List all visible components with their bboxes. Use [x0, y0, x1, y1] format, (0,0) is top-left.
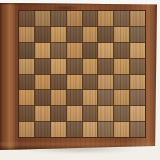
- square-a2[interactable]: [19, 106, 34, 121]
- square-b2[interactable]: [35, 106, 50, 121]
- square-c8[interactable]: [51, 11, 66, 26]
- square-a5[interactable]: [19, 59, 34, 74]
- square-c3[interactable]: [51, 90, 66, 105]
- square-f8[interactable]: [98, 11, 113, 26]
- square-h3[interactable]: [130, 90, 145, 105]
- square-d6[interactable]: [67, 43, 82, 58]
- square-d1[interactable]: [67, 122, 82, 137]
- square-b4[interactable]: [35, 75, 50, 90]
- square-c5[interactable]: [51, 59, 66, 74]
- square-a6[interactable]: [19, 43, 34, 58]
- square-e8[interactable]: [83, 11, 98, 26]
- square-c7[interactable]: [51, 27, 66, 42]
- square-g3[interactable]: [114, 90, 129, 105]
- square-a4[interactable]: [19, 75, 34, 90]
- square-c1[interactable]: [51, 122, 66, 137]
- square-h4[interactable]: [130, 75, 145, 90]
- square-b8[interactable]: [35, 11, 50, 26]
- photo-background: [0, 0, 160, 160]
- square-f4[interactable]: [98, 75, 113, 90]
- square-g1[interactable]: [114, 122, 129, 137]
- square-f6[interactable]: [98, 43, 113, 58]
- square-f1[interactable]: [98, 122, 113, 137]
- square-a3[interactable]: [19, 90, 34, 105]
- square-e1[interactable]: [83, 122, 98, 137]
- square-a7[interactable]: [19, 27, 34, 42]
- square-e3[interactable]: [83, 90, 98, 105]
- square-g7[interactable]: [114, 27, 129, 42]
- square-b6[interactable]: [35, 43, 50, 58]
- square-h1[interactable]: [130, 122, 145, 137]
- square-e7[interactable]: [83, 27, 98, 42]
- square-g6[interactable]: [114, 43, 129, 58]
- square-a1[interactable]: [19, 122, 34, 137]
- square-f2[interactable]: [98, 106, 113, 121]
- square-h2[interactable]: [130, 106, 145, 121]
- square-f3[interactable]: [98, 90, 113, 105]
- square-h8[interactable]: [130, 11, 145, 26]
- square-h7[interactable]: [130, 27, 145, 42]
- square-b3[interactable]: [35, 90, 50, 105]
- square-f5[interactable]: [98, 59, 113, 74]
- square-d8[interactable]: [67, 11, 82, 26]
- square-d7[interactable]: [67, 27, 82, 42]
- checkerboard-frame: [0, 3, 157, 150]
- square-c6[interactable]: [51, 43, 66, 58]
- square-d2[interactable]: [67, 106, 82, 121]
- square-b1[interactable]: [35, 122, 50, 137]
- square-e5[interactable]: [83, 59, 98, 74]
- square-h5[interactable]: [130, 59, 145, 74]
- square-g2[interactable]: [114, 106, 129, 121]
- square-h6[interactable]: [130, 43, 145, 58]
- square-b7[interactable]: [35, 27, 50, 42]
- square-g5[interactable]: [114, 59, 129, 74]
- square-c4[interactable]: [51, 75, 66, 90]
- square-d4[interactable]: [67, 75, 82, 90]
- square-b5[interactable]: [35, 59, 50, 74]
- square-e4[interactable]: [83, 75, 98, 90]
- square-f7[interactable]: [98, 27, 113, 42]
- square-g4[interactable]: [114, 75, 129, 90]
- square-d3[interactable]: [67, 90, 82, 105]
- checkerboard-grid: [18, 10, 146, 138]
- square-a8[interactable]: [19, 11, 34, 26]
- square-c2[interactable]: [51, 106, 66, 121]
- square-e6[interactable]: [83, 43, 98, 58]
- square-d5[interactable]: [67, 59, 82, 74]
- square-g8[interactable]: [114, 11, 129, 26]
- square-e2[interactable]: [83, 106, 98, 121]
